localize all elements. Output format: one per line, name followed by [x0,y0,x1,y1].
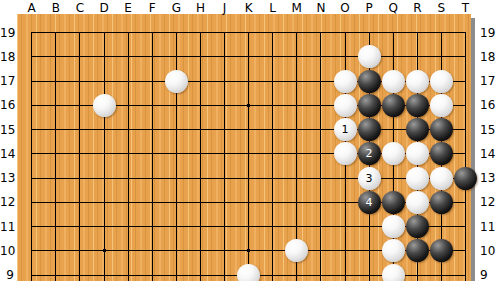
stone-black-S15[interactable] [430,118,453,141]
stone-white-G17[interactable] [165,70,188,93]
col-label-B: B [48,1,64,15]
grid-vline-L [272,32,273,281]
col-label-O: O [337,1,353,15]
stone-black-P14[interactable]: 2 [358,142,381,165]
row-label-left-9: 9 [0,268,14,281]
row-label-right-16: 16 [480,98,499,112]
stone-white-S16[interactable] [430,94,453,117]
stone-black-P16[interactable] [358,94,381,117]
col-label-L: L [265,1,281,15]
col-label-T: T [458,1,474,15]
move-number-label: 1 [342,124,349,135]
grid-vline-A [31,32,32,281]
stone-black-R16[interactable] [406,94,429,117]
row-label-left-13: 13 [0,171,14,185]
move-number-label: 3 [366,173,373,184]
stone-white-Q14[interactable] [382,142,405,165]
col-label-C: C [72,1,88,15]
stone-black-Q12[interactable] [382,191,405,214]
stone-black-P15[interactable] [358,118,381,141]
row-label-left-14: 14 [0,147,14,161]
row-label-left-19: 19 [0,26,14,40]
stone-white-O16[interactable] [334,94,357,117]
grid-vline-C [79,32,80,281]
row-label-right-18: 18 [480,50,499,64]
col-label-R: R [409,1,425,15]
grid-vline-F [152,32,153,281]
stone-black-P17[interactable] [358,70,381,93]
col-label-D: D [96,1,112,15]
col-label-G: G [168,1,184,15]
col-label-S: S [433,1,449,15]
grid-vline-N [320,32,321,281]
row-label-left-12: 12 [0,195,14,209]
stone-black-T13[interactable] [454,167,477,190]
row-label-right-9: 9 [480,268,499,281]
stone-black-S12[interactable] [430,191,453,214]
stone-white-O17[interactable] [334,70,357,93]
grid-vline-E [128,32,129,281]
row-label-right-10: 10 [480,244,499,258]
star-point-D10 [103,249,106,252]
grid-vline-D [104,32,105,281]
stone-white-S17[interactable] [430,70,453,93]
col-label-F: F [144,1,160,15]
row-label-left-15: 15 [0,123,14,137]
stone-white-S13[interactable] [430,167,453,190]
row-label-left-16: 16 [0,98,14,112]
stone-white-Q9[interactable] [382,264,405,281]
grid-vline-J [224,32,225,281]
col-label-H: H [192,1,208,15]
grid-vline-H [200,32,201,281]
col-label-K: K [241,1,257,15]
row-label-left-18: 18 [0,50,14,64]
grid-vline-K [248,32,249,281]
stone-white-R12[interactable] [406,191,429,214]
col-label-N: N [313,1,329,15]
grid-vline-B [55,32,56,281]
stone-white-D16[interactable] [93,94,116,117]
stone-white-Q17[interactable] [382,70,405,93]
row-label-left-17: 17 [0,74,14,88]
stone-white-O14[interactable] [334,142,357,165]
stone-black-R15[interactable] [406,118,429,141]
move-number-label: 4 [366,197,373,208]
row-label-right-17: 17 [480,74,499,88]
row-label-right-12: 12 [480,195,499,209]
stone-white-O15[interactable]: 1 [334,118,357,141]
col-label-E: E [120,1,136,15]
col-label-M: M [289,1,305,15]
move-number-label: 2 [366,148,373,159]
grid-vline-T [465,32,466,281]
stone-white-Q10[interactable] [382,239,405,262]
row-label-right-13: 13 [480,171,499,185]
stone-white-Q11[interactable] [382,215,405,238]
col-label-Q: Q [385,1,401,15]
row-label-left-10: 10 [0,244,14,258]
go-board-screenshot: ABCDEFGHJKLMNOPQRST 19181716151413121110… [0,0,500,281]
stone-white-P13[interactable]: 3 [358,167,381,190]
row-label-right-11: 11 [480,220,499,234]
row-label-right-15: 15 [480,123,499,137]
stone-black-R11[interactable] [406,215,429,238]
col-label-A: A [24,1,40,15]
stone-black-Q16[interactable] [382,94,405,117]
stone-white-R13[interactable] [406,167,429,190]
stone-white-P18[interactable] [358,45,381,68]
board-shadow [471,18,475,281]
stone-white-R17[interactable] [406,70,429,93]
star-point-K16 [247,104,250,107]
star-point-K10 [247,249,250,252]
stone-black-P12[interactable]: 4 [358,191,381,214]
row-label-right-14: 14 [480,147,499,161]
col-label-J: J [217,1,233,15]
col-label-P: P [361,1,377,15]
row-label-left-11: 11 [0,220,14,234]
row-label-right-19: 19 [480,26,499,40]
